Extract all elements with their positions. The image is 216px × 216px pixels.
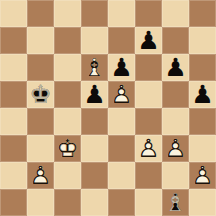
- square-f8[interactable]: [135, 0, 162, 27]
- piece-body: ♟: [162, 54, 189, 81]
- square-h4[interactable]: [189, 108, 216, 135]
- square-g6[interactable]: ♟: [162, 54, 189, 81]
- square-h3[interactable]: [189, 135, 216, 162]
- square-d5[interactable]: ♟: [81, 81, 108, 108]
- square-h6[interactable]: [189, 54, 216, 81]
- square-g5[interactable]: [162, 81, 189, 108]
- piece-detail-lines: ♔: [27, 81, 54, 108]
- square-a5[interactable]: [0, 81, 27, 108]
- piece-outline: ♙: [162, 135, 189, 162]
- square-b2[interactable]: ♟♙: [27, 162, 54, 189]
- square-d1[interactable]: [81, 189, 108, 216]
- piece-outline: ♙: [27, 162, 54, 189]
- square-b3[interactable]: [27, 135, 54, 162]
- piece-outline: ♙: [108, 81, 135, 108]
- black-pawn[interactable]: ♟: [189, 81, 216, 108]
- square-c6[interactable]: [54, 54, 81, 81]
- square-c8[interactable]: [54, 0, 81, 27]
- square-h1[interactable]: [189, 189, 216, 216]
- square-e1[interactable]: [108, 189, 135, 216]
- white-bishop[interactable]: ♝♗: [81, 54, 108, 81]
- square-f5[interactable]: [135, 81, 162, 108]
- square-b7[interactable]: [27, 27, 54, 54]
- square-c1[interactable]: [54, 189, 81, 216]
- square-e2[interactable]: [108, 162, 135, 189]
- white-pawn[interactable]: ♟♙: [27, 162, 54, 189]
- square-c3[interactable]: ♚♔: [54, 135, 81, 162]
- black-pawn[interactable]: ♟: [162, 54, 189, 81]
- white-pawn[interactable]: ♟♙: [108, 81, 135, 108]
- piece-outline: ♗: [81, 54, 108, 81]
- square-h2[interactable]: ♟♙: [189, 162, 216, 189]
- square-g3[interactable]: ♟♙: [162, 135, 189, 162]
- square-f3[interactable]: ♟♙: [135, 135, 162, 162]
- white-pawn[interactable]: ♟♙: [189, 162, 216, 189]
- square-c7[interactable]: [54, 27, 81, 54]
- square-h8[interactable]: [189, 0, 216, 27]
- white-king[interactable]: ♚♔: [54, 135, 81, 162]
- square-a3[interactable]: [0, 135, 27, 162]
- square-b8[interactable]: [27, 0, 54, 27]
- square-g2[interactable]: [162, 162, 189, 189]
- piece-detail-lines: ♗: [162, 189, 189, 216]
- square-e7[interactable]: [108, 27, 135, 54]
- black-king[interactable]: ♚♔: [27, 81, 54, 108]
- piece-outline: ♙: [189, 162, 216, 189]
- square-d8[interactable]: [81, 0, 108, 27]
- square-e5[interactable]: ♟♙: [108, 81, 135, 108]
- piece-outline: ♙: [135, 135, 162, 162]
- square-b5[interactable]: ♚♔: [27, 81, 54, 108]
- square-c2[interactable]: [54, 162, 81, 189]
- black-bishop[interactable]: ♝♗: [162, 189, 189, 216]
- square-c4[interactable]: [54, 108, 81, 135]
- square-a6[interactable]: [0, 54, 27, 81]
- square-e6[interactable]: ♟: [108, 54, 135, 81]
- chess-board: ♟♝♗♟♟♚♔♟♟♙♟♚♔♟♙♟♙♟♙♟♙♝♗: [0, 0, 216, 216]
- white-pawn[interactable]: ♟♙: [162, 135, 189, 162]
- square-f1[interactable]: [135, 189, 162, 216]
- square-f7[interactable]: ♟: [135, 27, 162, 54]
- square-g8[interactable]: [162, 0, 189, 27]
- square-d3[interactable]: [81, 135, 108, 162]
- square-e4[interactable]: [108, 108, 135, 135]
- square-e3[interactable]: [108, 135, 135, 162]
- square-g7[interactable]: [162, 27, 189, 54]
- piece-body: ♟: [189, 81, 216, 108]
- square-f4[interactable]: [135, 108, 162, 135]
- square-a8[interactable]: [0, 0, 27, 27]
- square-b4[interactable]: [27, 108, 54, 135]
- piece-body: ♟: [81, 81, 108, 108]
- piece-body: ♟: [135, 27, 162, 54]
- black-pawn[interactable]: ♟: [108, 54, 135, 81]
- piece-outline: ♔: [54, 135, 81, 162]
- piece-body: ♟: [108, 54, 135, 81]
- square-a7[interactable]: [0, 27, 27, 54]
- square-b1[interactable]: [27, 189, 54, 216]
- square-e8[interactable]: [108, 0, 135, 27]
- square-f6[interactable]: [135, 54, 162, 81]
- square-g4[interactable]: [162, 108, 189, 135]
- square-h7[interactable]: [189, 27, 216, 54]
- square-d7[interactable]: [81, 27, 108, 54]
- square-d4[interactable]: [81, 108, 108, 135]
- square-f2[interactable]: [135, 162, 162, 189]
- square-d2[interactable]: [81, 162, 108, 189]
- black-pawn[interactable]: ♟: [135, 27, 162, 54]
- square-b6[interactable]: [27, 54, 54, 81]
- square-h5[interactable]: ♟: [189, 81, 216, 108]
- square-a1[interactable]: [0, 189, 27, 216]
- black-pawn[interactable]: ♟: [81, 81, 108, 108]
- white-pawn[interactable]: ♟♙: [135, 135, 162, 162]
- square-a2[interactable]: [0, 162, 27, 189]
- square-c5[interactable]: [54, 81, 81, 108]
- square-d6[interactable]: ♝♗: [81, 54, 108, 81]
- square-a4[interactable]: [0, 108, 27, 135]
- square-g1[interactable]: ♝♗: [162, 189, 189, 216]
